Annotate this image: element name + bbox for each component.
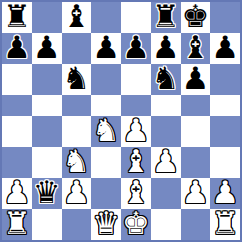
piece-black-pawn: ♟ (122, 32, 150, 63)
square-h8[interactable] (210, 2, 240, 33)
chess-board: ♜♝♜♚♟♟♟♟♟♝♟♞♞♟♞♟♞♝♟♟♛♟♝♟♟♜♛♚♜ (0, 0, 242, 242)
square-d7[interactable]: ♟ (91, 33, 121, 64)
square-g2[interactable]: ♟ (181, 178, 211, 209)
square-a2[interactable]: ♟ (2, 178, 32, 209)
piece-white-bishop: ♝ (122, 146, 150, 177)
square-a7[interactable]: ♟ (2, 33, 32, 64)
square-c7[interactable] (62, 33, 92, 64)
square-c2[interactable]: ♟ (62, 178, 92, 209)
square-c8[interactable]: ♝ (62, 2, 92, 33)
piece-black-knight: ♞ (62, 63, 90, 94)
square-g4[interactable] (181, 116, 211, 147)
piece-black-rook: ♜ (3, 1, 31, 32)
piece-black-rook: ♜ (152, 1, 180, 32)
square-f2[interactable] (151, 178, 181, 209)
square-b7[interactable]: ♟ (32, 33, 62, 64)
square-c3[interactable]: ♞ (62, 147, 92, 178)
piece-black-pawn: ♟ (211, 32, 239, 63)
square-e8[interactable] (121, 2, 151, 33)
square-a4[interactable] (2, 116, 32, 147)
square-d6[interactable] (91, 64, 121, 95)
square-e3[interactable]: ♝ (121, 147, 151, 178)
piece-black-pawn: ♟ (33, 32, 61, 63)
square-g6[interactable]: ♟ (181, 64, 211, 95)
square-f5[interactable] (151, 95, 181, 116)
square-c5[interactable] (62, 95, 92, 116)
square-e6[interactable] (121, 64, 151, 95)
square-g7[interactable]: ♝ (181, 33, 211, 64)
square-a5[interactable] (2, 95, 32, 116)
piece-black-pawn: ♟ (92, 32, 120, 63)
square-d2[interactable] (91, 178, 121, 209)
square-f8[interactable]: ♜ (151, 2, 181, 33)
square-h2[interactable]: ♟ (210, 178, 240, 209)
square-d1[interactable]: ♛ (91, 209, 121, 240)
square-d8[interactable] (91, 2, 121, 33)
piece-black-bishop: ♝ (62, 1, 90, 32)
square-a1[interactable]: ♜ (2, 209, 32, 240)
square-h6[interactable] (210, 64, 240, 95)
piece-white-rook: ♜ (3, 208, 31, 239)
piece-white-knight: ♞ (62, 146, 90, 177)
piece-black-pawn: ♟ (3, 32, 31, 63)
square-f1[interactable] (151, 209, 181, 240)
piece-white-rook: ♜ (211, 208, 239, 239)
piece-white-queen: ♛ (92, 208, 120, 239)
square-f6[interactable]: ♞ (151, 64, 181, 95)
piece-black-bishop: ♝ (181, 32, 209, 63)
square-h5[interactable] (210, 95, 240, 116)
square-a8[interactable]: ♜ (2, 2, 32, 33)
square-b4[interactable] (32, 116, 62, 147)
square-e1[interactable]: ♚ (121, 209, 151, 240)
piece-white-pawn: ♟ (3, 177, 31, 208)
piece-black-queen: ♛ (33, 177, 61, 208)
square-h7[interactable]: ♟ (210, 33, 240, 64)
chessboard-screenshot: ♜♝♜♚♟♟♟♟♟♝♟♞♞♟♞♟♞♝♟♟♛♟♝♟♟♜♛♚♜ (0, 0, 242, 242)
square-d5[interactable] (91, 95, 121, 116)
square-g3[interactable] (181, 147, 211, 178)
piece-white-pawn: ♟ (181, 177, 209, 208)
square-f4[interactable] (151, 116, 181, 147)
square-e4[interactable]: ♟ (121, 116, 151, 147)
square-b2[interactable]: ♛ (32, 178, 62, 209)
square-h4[interactable] (210, 116, 240, 147)
square-d4[interactable]: ♞ (91, 116, 121, 147)
square-e2[interactable]: ♝ (121, 178, 151, 209)
square-c6[interactable]: ♞ (62, 64, 92, 95)
piece-white-pawn: ♟ (152, 146, 180, 177)
square-b6[interactable] (32, 64, 62, 95)
piece-white-pawn: ♟ (62, 177, 90, 208)
piece-black-pawn: ♟ (181, 63, 209, 94)
piece-white-knight: ♞ (92, 115, 120, 146)
piece-white-pawn: ♟ (211, 177, 239, 208)
square-f7[interactable]: ♟ (151, 33, 181, 64)
square-g1[interactable] (181, 209, 211, 240)
piece-white-king: ♚ (122, 208, 150, 239)
square-e5[interactable] (121, 95, 151, 116)
square-d3[interactable] (91, 147, 121, 178)
square-b3[interactable] (32, 147, 62, 178)
piece-black-pawn: ♟ (152, 32, 180, 63)
square-c1[interactable] (62, 209, 92, 240)
piece-black-king: ♚ (181, 1, 209, 32)
square-h1[interactable]: ♜ (210, 209, 240, 240)
square-a6[interactable] (2, 64, 32, 95)
piece-white-bishop: ♝ (122, 177, 150, 208)
square-b1[interactable] (32, 209, 62, 240)
square-g5[interactable] (181, 95, 211, 116)
piece-white-pawn: ♟ (122, 115, 150, 146)
square-g8[interactable]: ♚ (181, 2, 211, 33)
square-a3[interactable] (2, 147, 32, 178)
square-h3[interactable] (210, 147, 240, 178)
square-b8[interactable] (32, 2, 62, 33)
piece-black-knight: ♞ (152, 63, 180, 94)
square-e7[interactable]: ♟ (121, 33, 151, 64)
square-f3[interactable]: ♟ (151, 147, 181, 178)
square-c4[interactable] (62, 116, 92, 147)
square-b5[interactable] (32, 95, 62, 116)
